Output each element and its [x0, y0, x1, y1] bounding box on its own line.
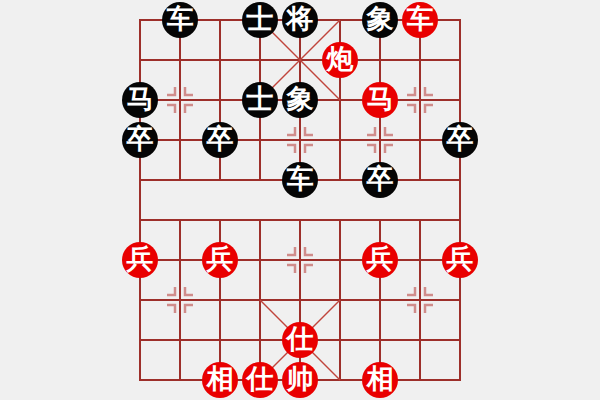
- piece-red-soldier[interactable]: 兵: [202, 242, 238, 278]
- piece-black-soldier[interactable]: 卒: [202, 122, 238, 158]
- piece-red-advisor[interactable]: 仕: [282, 322, 318, 358]
- piece-red-soldier[interactable]: 兵: [362, 242, 398, 278]
- piece-red-elephant[interactable]: 相: [362, 362, 398, 398]
- piece-black-general[interactable]: 将: [282, 2, 318, 38]
- piece-red-elephant[interactable]: 相: [202, 362, 238, 398]
- piece-black-soldier[interactable]: 卒: [442, 122, 478, 158]
- piece-black-rook[interactable]: 车: [162, 2, 198, 38]
- piece-black-rook[interactable]: 车: [282, 162, 318, 198]
- piece-red-advisor[interactable]: 仕: [242, 362, 278, 398]
- xiangqi-board-screen: 车士将象车炮马士象马卒卒卒车卒兵兵兵兵仕相仕帅相: [0, 0, 600, 400]
- piece-red-horse[interactable]: 马: [362, 82, 398, 118]
- piece-black-soldier[interactable]: 卒: [362, 162, 398, 198]
- piece-black-elephant[interactable]: 象: [362, 2, 398, 38]
- piece-black-elephant[interactable]: 象: [282, 82, 318, 118]
- piece-red-general[interactable]: 帅: [282, 362, 318, 398]
- piece-red-soldier[interactable]: 兵: [122, 242, 158, 278]
- piece-black-horse[interactable]: 马: [122, 82, 158, 118]
- piece-black-soldier[interactable]: 卒: [122, 122, 158, 158]
- xiangqi-board: 车士将象车炮马士象马卒卒卒车卒兵兵兵兵仕相仕帅相: [120, 0, 480, 400]
- piece-black-advisor[interactable]: 士: [242, 2, 278, 38]
- piece-red-rook[interactable]: 车: [402, 2, 438, 38]
- piece-red-cannon[interactable]: 炮: [322, 42, 358, 78]
- piece-black-advisor[interactable]: 士: [242, 82, 278, 118]
- piece-red-soldier[interactable]: 兵: [442, 242, 478, 278]
